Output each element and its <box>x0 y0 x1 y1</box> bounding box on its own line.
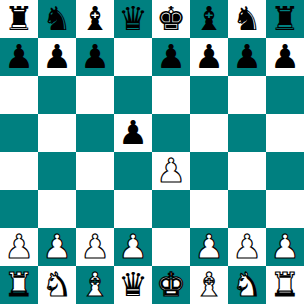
square-d2[interactable]: ♟ <box>114 228 152 266</box>
square-d1[interactable]: ♛ <box>114 266 152 304</box>
square-a3[interactable] <box>0 190 38 228</box>
black-knight: ♞ <box>232 0 262 38</box>
square-a6[interactable] <box>0 76 38 114</box>
black-pawn: ♟ <box>118 114 148 152</box>
black-pawn: ♟ <box>270 38 300 76</box>
square-c7[interactable]: ♟ <box>76 38 114 76</box>
white-rook: ♜ <box>270 266 300 304</box>
black-bishop: ♝ <box>194 0 224 38</box>
square-e2[interactable] <box>152 228 190 266</box>
white-rook: ♜ <box>4 266 34 304</box>
white-bishop: ♝ <box>80 266 110 304</box>
white-pawn: ♟ <box>4 228 34 266</box>
square-c6[interactable] <box>76 76 114 114</box>
white-knight: ♞ <box>232 266 262 304</box>
square-f3[interactable] <box>190 190 228 228</box>
square-b1[interactable]: ♞ <box>38 266 76 304</box>
square-f6[interactable] <box>190 76 228 114</box>
square-f4[interactable] <box>190 152 228 190</box>
black-king: ♚ <box>156 0 186 38</box>
square-d8[interactable]: ♛ <box>114 0 152 38</box>
square-f2[interactable]: ♟ <box>190 228 228 266</box>
square-g4[interactable] <box>228 152 266 190</box>
square-c3[interactable] <box>76 190 114 228</box>
square-g5[interactable] <box>228 114 266 152</box>
square-e8[interactable]: ♚ <box>152 0 190 38</box>
square-d3[interactable] <box>114 190 152 228</box>
black-pawn: ♟ <box>194 38 224 76</box>
white-pawn: ♟ <box>80 228 110 266</box>
black-pawn: ♟ <box>232 38 262 76</box>
square-e6[interactable] <box>152 76 190 114</box>
square-a7[interactable]: ♟ <box>0 38 38 76</box>
black-knight: ♞ <box>42 0 72 38</box>
square-d4[interactable] <box>114 152 152 190</box>
square-d6[interactable] <box>114 76 152 114</box>
white-pawn: ♟ <box>118 228 148 266</box>
square-g6[interactable] <box>228 76 266 114</box>
square-b7[interactable]: ♟ <box>38 38 76 76</box>
square-g2[interactable]: ♟ <box>228 228 266 266</box>
square-h4[interactable] <box>266 152 304 190</box>
square-c1[interactable]: ♝ <box>76 266 114 304</box>
square-e7[interactable]: ♟ <box>152 38 190 76</box>
black-rook: ♜ <box>270 0 300 38</box>
square-h6[interactable] <box>266 76 304 114</box>
square-g1[interactable]: ♞ <box>228 266 266 304</box>
square-b4[interactable] <box>38 152 76 190</box>
square-f8[interactable]: ♝ <box>190 0 228 38</box>
square-h7[interactable]: ♟ <box>266 38 304 76</box>
square-g3[interactable] <box>228 190 266 228</box>
square-a1[interactable]: ♜ <box>0 266 38 304</box>
white-queen: ♛ <box>118 266 148 304</box>
white-pawn: ♟ <box>156 152 186 190</box>
square-h8[interactable]: ♜ <box>266 0 304 38</box>
square-a2[interactable]: ♟ <box>0 228 38 266</box>
black-pawn: ♟ <box>80 38 110 76</box>
square-a5[interactable] <box>0 114 38 152</box>
square-c2[interactable]: ♟ <box>76 228 114 266</box>
white-pawn: ♟ <box>232 228 262 266</box>
black-pawn: ♟ <box>4 38 34 76</box>
square-b6[interactable] <box>38 76 76 114</box>
square-g8[interactable]: ♞ <box>228 0 266 38</box>
square-b8[interactable]: ♞ <box>38 0 76 38</box>
chess-board: ♜♞♝♛♚♝♞♜♟♟♟♟♟♟♟♟♟♟♟♟♟♟♟♟♜♞♝♛♚♝♞♜ <box>0 0 304 304</box>
square-d7[interactable] <box>114 38 152 76</box>
square-h3[interactable] <box>266 190 304 228</box>
white-pawn: ♟ <box>270 228 300 266</box>
square-e1[interactable]: ♚ <box>152 266 190 304</box>
square-c4[interactable] <box>76 152 114 190</box>
square-b2[interactable]: ♟ <box>38 228 76 266</box>
white-king: ♚ <box>156 266 186 304</box>
white-knight: ♞ <box>42 266 72 304</box>
square-e4[interactable]: ♟ <box>152 152 190 190</box>
square-c5[interactable] <box>76 114 114 152</box>
square-h1[interactable]: ♜ <box>266 266 304 304</box>
square-b3[interactable] <box>38 190 76 228</box>
square-a8[interactable]: ♜ <box>0 0 38 38</box>
square-f1[interactable]: ♝ <box>190 266 228 304</box>
square-d5[interactable]: ♟ <box>114 114 152 152</box>
white-bishop: ♝ <box>194 266 224 304</box>
black-pawn: ♟ <box>156 38 186 76</box>
square-a4[interactable] <box>0 152 38 190</box>
white-pawn: ♟ <box>42 228 72 266</box>
black-rook: ♜ <box>4 0 34 38</box>
black-bishop: ♝ <box>80 0 110 38</box>
square-c8[interactable]: ♝ <box>76 0 114 38</box>
square-h2[interactable]: ♟ <box>266 228 304 266</box>
square-f5[interactable] <box>190 114 228 152</box>
square-e3[interactable] <box>152 190 190 228</box>
square-b5[interactable] <box>38 114 76 152</box>
black-queen: ♛ <box>118 0 148 38</box>
square-e5[interactable] <box>152 114 190 152</box>
black-pawn: ♟ <box>42 38 72 76</box>
white-pawn: ♟ <box>194 228 224 266</box>
square-g7[interactable]: ♟ <box>228 38 266 76</box>
square-h5[interactable] <box>266 114 304 152</box>
square-f7[interactable]: ♟ <box>190 38 228 76</box>
